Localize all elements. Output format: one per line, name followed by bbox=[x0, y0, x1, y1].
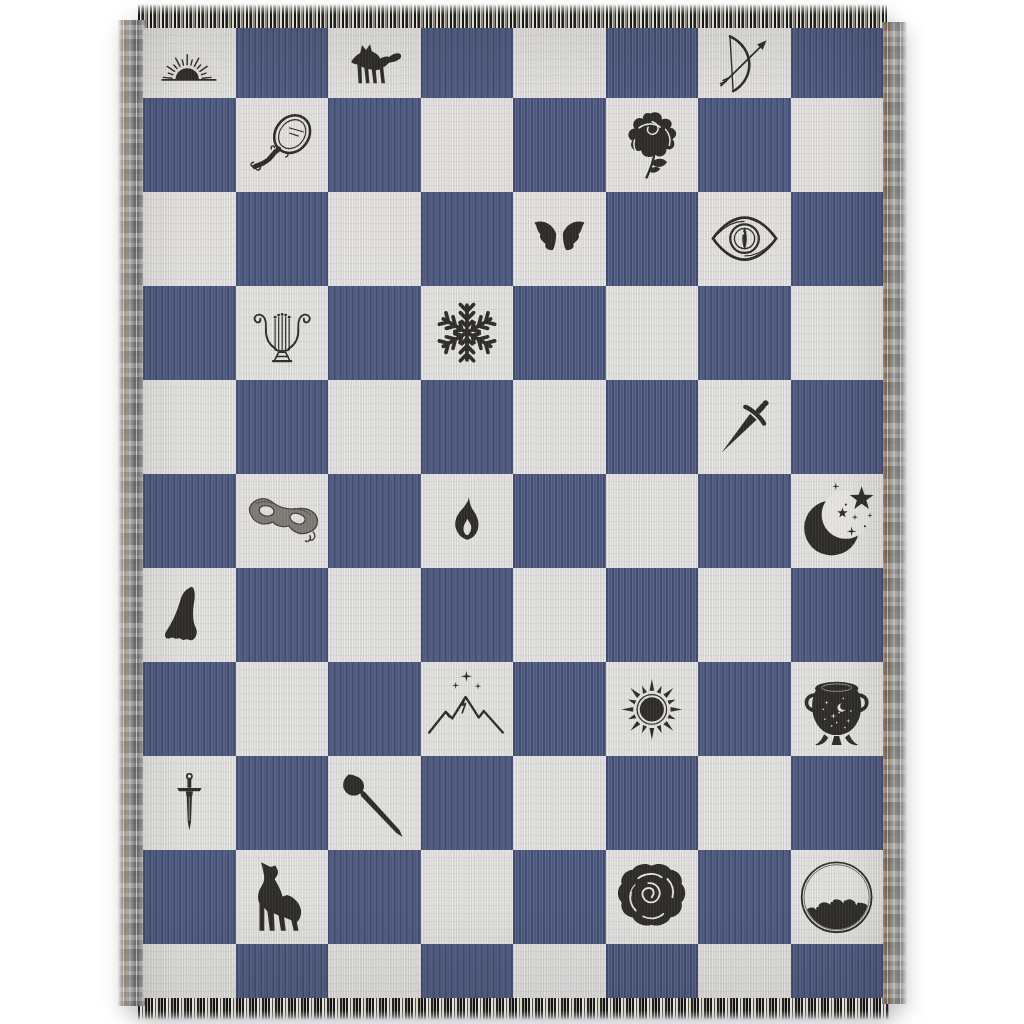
wave-circle-icon bbox=[795, 855, 878, 940]
square-r2c4 bbox=[421, 98, 514, 192]
square-r2c8 bbox=[791, 98, 884, 192]
product-photo bbox=[0, 0, 1024, 1024]
fringe-top bbox=[138, 4, 887, 28]
square-r2c3 bbox=[328, 98, 421, 192]
square-r3c3 bbox=[328, 192, 421, 286]
square-r6c1 bbox=[143, 474, 236, 568]
square-r11c7 bbox=[698, 944, 791, 998]
square-r1c5 bbox=[513, 28, 606, 98]
square-r9c6 bbox=[606, 756, 699, 850]
square-r7c5 bbox=[513, 568, 606, 662]
square-r9c7 bbox=[698, 756, 791, 850]
square-r5c2 bbox=[236, 380, 329, 474]
rose-bloom-icon bbox=[610, 855, 693, 940]
moon-stars-icon bbox=[795, 479, 878, 564]
square-r10c3 bbox=[328, 850, 421, 944]
bow-arrow-icon bbox=[705, 32, 783, 95]
square-r5c1 bbox=[143, 380, 236, 474]
square-r3c7 bbox=[698, 192, 791, 286]
square-r4c1 bbox=[143, 286, 236, 380]
square-r6c8 bbox=[791, 474, 884, 568]
square-r11c6 bbox=[606, 944, 699, 998]
square-r8c6 bbox=[606, 662, 699, 756]
square-r9c1 bbox=[143, 756, 236, 850]
square-r7c3 bbox=[328, 568, 421, 662]
hand-mirror-icon bbox=[242, 103, 322, 188]
square-r10c7 bbox=[698, 850, 791, 944]
square-r5c8 bbox=[791, 380, 884, 474]
square-r9c4 bbox=[421, 756, 514, 850]
flame-icon bbox=[439, 482, 495, 561]
square-r10c2 bbox=[236, 850, 329, 944]
square-r10c8 bbox=[791, 850, 884, 944]
square-r3c4 bbox=[421, 192, 514, 286]
square-r1c4 bbox=[421, 28, 514, 98]
square-r3c8 bbox=[791, 192, 884, 286]
square-r9c2 bbox=[236, 756, 329, 850]
masquerade-mask-icon bbox=[237, 481, 326, 562]
checkerboard bbox=[143, 28, 883, 998]
snowflake-icon bbox=[430, 295, 504, 370]
cloak-icon bbox=[157, 574, 222, 657]
square-r1c7 bbox=[698, 28, 791, 98]
square-r11c1 bbox=[143, 944, 236, 998]
square-r9c5 bbox=[513, 756, 606, 850]
square-r2c1 bbox=[143, 98, 236, 192]
bat-wings-icon bbox=[516, 206, 603, 272]
square-r8c2 bbox=[236, 662, 329, 756]
fox-icon bbox=[333, 34, 416, 91]
sunburst-icon bbox=[613, 669, 691, 750]
square-r8c1 bbox=[143, 662, 236, 756]
square-r4c8 bbox=[791, 286, 884, 380]
square-r5c3 bbox=[328, 380, 421, 474]
square-r6c2 bbox=[236, 474, 329, 568]
mountains-icon bbox=[422, 668, 511, 751]
square-r5c7 bbox=[698, 380, 791, 474]
square-r2c2 bbox=[236, 98, 329, 192]
square-r8c8 bbox=[791, 662, 884, 756]
square-r6c7 bbox=[698, 474, 791, 568]
paintbrush-icon bbox=[335, 764, 413, 843]
square-r11c3 bbox=[328, 944, 421, 998]
square-r9c8 bbox=[791, 756, 884, 850]
square-r8c3 bbox=[328, 662, 421, 756]
square-r5c6 bbox=[606, 380, 699, 474]
square-r9c3 bbox=[328, 756, 421, 850]
square-r11c4 bbox=[421, 944, 514, 998]
square-r1c6 bbox=[606, 28, 699, 98]
lyre-icon bbox=[247, 292, 317, 375]
square-r8c4 bbox=[421, 662, 514, 756]
square-r11c2 bbox=[236, 944, 329, 998]
square-r6c5 bbox=[513, 474, 606, 568]
square-r2c7 bbox=[698, 98, 791, 192]
square-r7c7 bbox=[698, 568, 791, 662]
square-r2c5 bbox=[513, 98, 606, 192]
square-r10c5 bbox=[513, 850, 606, 944]
square-r2c6 bbox=[606, 98, 699, 192]
square-r7c6 bbox=[606, 568, 699, 662]
square-r10c4 bbox=[421, 850, 514, 944]
square-r4c7 bbox=[698, 286, 791, 380]
square-r4c5 bbox=[513, 286, 606, 380]
square-r4c3 bbox=[328, 286, 421, 380]
square-r4c4 bbox=[421, 286, 514, 380]
fringe-right bbox=[882, 22, 907, 1004]
square-r1c1 bbox=[143, 28, 236, 98]
square-r1c3 bbox=[328, 28, 421, 98]
cauldron-icon bbox=[795, 667, 878, 752]
sword-icon bbox=[157, 759, 222, 847]
square-r10c6 bbox=[606, 850, 699, 944]
sunrise-icon bbox=[147, 37, 232, 96]
square-r4c6 bbox=[606, 286, 699, 380]
square-r3c2 bbox=[236, 192, 329, 286]
square-r1c2 bbox=[236, 28, 329, 98]
square-r8c5 bbox=[513, 662, 606, 756]
square-r3c6 bbox=[606, 192, 699, 286]
woven-blanket bbox=[118, 4, 907, 1020]
square-r6c4 bbox=[421, 474, 514, 568]
square-r8c7 bbox=[698, 662, 791, 756]
dagger-icon bbox=[704, 387, 784, 468]
square-r10c1 bbox=[143, 850, 236, 944]
square-r6c6 bbox=[606, 474, 699, 568]
square-r7c4 bbox=[421, 568, 514, 662]
square-r6c3 bbox=[328, 474, 421, 568]
square-r3c5 bbox=[513, 192, 606, 286]
wolf-icon bbox=[242, 855, 322, 940]
eye-icon bbox=[702, 201, 787, 276]
fringe-left bbox=[118, 20, 145, 1006]
square-r4c2 bbox=[236, 286, 329, 380]
square-r5c5 bbox=[513, 380, 606, 474]
blanket-fabric bbox=[143, 28, 883, 998]
square-r5c4 bbox=[421, 380, 514, 474]
square-r1c8 bbox=[791, 28, 884, 98]
square-r11c8 bbox=[791, 944, 884, 998]
rose-stem-icon bbox=[614, 103, 690, 188]
fringe-bottom bbox=[138, 998, 889, 1020]
square-r7c8 bbox=[791, 568, 884, 662]
square-r7c1 bbox=[143, 568, 236, 662]
square-r7c2 bbox=[236, 568, 329, 662]
square-r3c1 bbox=[143, 192, 236, 286]
square-r11c5 bbox=[513, 944, 606, 998]
